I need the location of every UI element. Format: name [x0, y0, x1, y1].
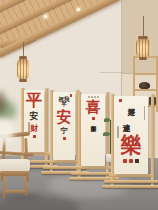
chair-stretcher	[4, 190, 26, 193]
seal-row	[123, 159, 139, 163]
banner-sub-char: 宁	[61, 128, 68, 135]
pendant-lantern-left	[17, 58, 29, 80]
calligraphy-char-xi: 喜	[86, 100, 101, 115]
banner-top-text: 祝我平	[58, 97, 70, 108]
calligraphy-char-le: 樂	[121, 135, 142, 156]
stand-foot	[102, 185, 158, 188]
calligraphy-char-an-small: 安	[30, 112, 39, 121]
stand-post	[151, 94, 154, 186]
calligraphy-char-an: 安	[57, 110, 72, 125]
banner-paper: 好運 連連 樂	[114, 96, 148, 174]
chair-leg	[3, 176, 7, 198]
banner-mid-text: 連連	[122, 118, 130, 134]
teapot	[139, 82, 150, 89]
seal-stamp	[92, 117, 95, 120]
room-photo: 平 安 财 祝我平 安 宁 喜	[0, 0, 158, 210]
shelf-board	[133, 73, 158, 75]
banner-top-text: 好運	[127, 102, 135, 118]
calligraphy-banner-le: 好運 連連 樂	[106, 92, 158, 190]
blurred-foreground-vase	[0, 118, 14, 144]
pendant-lantern-right	[136, 38, 150, 58]
colophon-text	[117, 126, 119, 138]
recessed-light	[44, 15, 47, 18]
seal-stamp	[119, 99, 122, 102]
wall-trim-line	[100, 72, 122, 73]
shelf-board	[133, 89, 158, 91]
colophon-text	[144, 106, 146, 120]
lantern-cord	[143, 16, 144, 38]
seal-stamp	[63, 137, 66, 140]
banner-bottom-text: 事事如意	[90, 121, 96, 147]
stand-foot	[104, 180, 158, 183]
stand-rail	[109, 174, 153, 177]
calligraphy-char-ping: 平	[26, 93, 42, 109]
